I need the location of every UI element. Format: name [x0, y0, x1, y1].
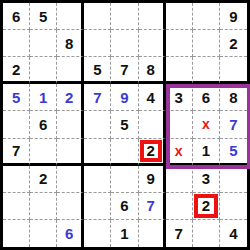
given-digit: 6 — [120, 198, 128, 213]
given-digit: 5 — [39, 9, 47, 24]
cell-r6c4[interactable] — [84, 139, 111, 166]
cell-r4c1[interactable]: 5 — [3, 84, 30, 111]
cell-r1c6[interactable] — [139, 3, 166, 30]
cell-r9c4[interactable] — [84, 220, 111, 247]
given-digit: 7 — [12, 143, 20, 158]
cell-r3c1[interactable]: 2 — [3, 57, 30, 84]
given-digit: 1 — [120, 226, 128, 241]
cell-r3c6[interactable]: 8 — [139, 57, 166, 84]
given-digit: 4 — [146, 90, 154, 105]
cell-r8c6[interactable]: 7 — [139, 193, 166, 220]
given-digit: 7 — [175, 226, 183, 241]
cell-r4c5[interactable]: 9 — [111, 84, 138, 111]
red-highlight-box: 2 — [194, 194, 218, 218]
cell-r4c8[interactable]: 6 — [193, 84, 220, 111]
cell-r6c5[interactable] — [111, 139, 138, 166]
cell-r8c3[interactable] — [57, 193, 84, 220]
cell-r8c7[interactable] — [166, 193, 193, 220]
given-digit: 4 — [229, 226, 237, 241]
given-digit: 5 — [120, 117, 128, 132]
cell-r6c9[interactable]: 5 — [220, 139, 247, 166]
cell-r1c3[interactable] — [57, 3, 84, 30]
solved-digit: 7 — [229, 117, 237, 132]
given-digit: 3 — [202, 171, 210, 186]
cell-r9c5[interactable]: 1 — [111, 220, 138, 247]
given-digit: 6 — [12, 9, 20, 24]
cell-r9c9[interactable]: 4 — [220, 220, 247, 247]
cell-r2c5[interactable] — [111, 30, 138, 57]
cell-r3c4[interactable]: 5 — [84, 57, 111, 84]
red-highlight-box: 2 — [140, 140, 162, 162]
cell-r4c7[interactable]: 3 — [166, 84, 193, 111]
solved-digit: 2 — [65, 90, 73, 105]
cell-r1c2[interactable]: 5 — [30, 3, 57, 30]
solved-digit: 9 — [120, 90, 128, 105]
cell-r5c1[interactable] — [3, 111, 30, 138]
cell-r7c2[interactable]: 2 — [30, 166, 57, 193]
cell-r3c5[interactable]: 7 — [111, 57, 138, 84]
given-digit: 2 — [229, 36, 237, 51]
cell-r1c1[interactable]: 6 — [3, 3, 30, 30]
given-digit: 9 — [229, 9, 237, 24]
cell-r5c7[interactable] — [166, 111, 193, 138]
cell-r6c3[interactable] — [57, 139, 84, 166]
given-digit: 7 — [120, 62, 128, 77]
given-digit: 8 — [229, 90, 237, 105]
cell-r7c1[interactable] — [3, 166, 30, 193]
cell-r9c6[interactable] — [139, 220, 166, 247]
cell-r8c5[interactable]: 6 — [111, 193, 138, 220]
cell-r5c3[interactable] — [57, 111, 84, 138]
cell-r7c9[interactable] — [220, 166, 247, 193]
given-digit: 6 — [202, 90, 210, 105]
cell-r8c4[interactable] — [84, 193, 111, 220]
cell-r3c9[interactable] — [220, 57, 247, 84]
cell-r4c4[interactable]: 7 — [84, 84, 111, 111]
cell-r2c1[interactable] — [3, 30, 30, 57]
cell-r4c9[interactable]: 8 — [220, 84, 247, 111]
cell-r2c2[interactable] — [30, 30, 57, 57]
given-digit: 9 — [146, 171, 154, 186]
given-digit: 1 — [202, 143, 210, 158]
cell-r3c2[interactable] — [30, 57, 57, 84]
cell-r9c8[interactable] — [193, 220, 220, 247]
cell-r1c5[interactable] — [111, 3, 138, 30]
cell-r2c8[interactable] — [193, 30, 220, 57]
given-digit: 2 — [39, 171, 47, 186]
cell-r5c2[interactable]: 6 — [30, 111, 57, 138]
solved-digit: 7 — [146, 198, 154, 213]
cell-r1c7[interactable] — [166, 3, 193, 30]
cell-r3c3[interactable] — [57, 57, 84, 84]
cell-r9c3[interactable]: 6 — [57, 220, 84, 247]
cell-r8c8[interactable]: 2 — [193, 193, 220, 220]
given-digit: 3 — [175, 90, 183, 105]
given-digit: 2 — [12, 62, 20, 77]
cell-r8c2[interactable] — [30, 193, 57, 220]
given-digit: 8 — [146, 62, 154, 77]
given-digit: 2 — [202, 198, 210, 213]
cell-r1c4[interactable] — [84, 3, 111, 30]
cell-r8c1[interactable] — [3, 193, 30, 220]
cell-r9c7[interactable]: 7 — [166, 220, 193, 247]
elimination-x-mark: x — [202, 117, 210, 131]
cell-r4c3[interactable]: 2 — [57, 84, 84, 111]
cell-r5c5[interactable]: 5 — [111, 111, 138, 138]
cell-r2c3[interactable]: 8 — [57, 30, 84, 57]
cell-r7c3[interactable] — [57, 166, 84, 193]
cell-r4c2[interactable]: 1 — [30, 84, 57, 111]
cell-r6c8[interactable]: 1 — [193, 139, 220, 166]
cell-r3c7[interactable] — [166, 57, 193, 84]
cell-r6c7[interactable]: x — [166, 139, 193, 166]
cell-r5c4[interactable] — [84, 111, 111, 138]
cell-r7c6[interactable]: 9 — [139, 166, 166, 193]
cell-r7c4[interactable] — [84, 166, 111, 193]
cell-r9c1[interactable] — [3, 220, 30, 247]
cell-r8c9[interactable] — [220, 193, 247, 220]
cell-r1c9[interactable]: 9 — [220, 3, 247, 30]
cell-r1c8[interactable] — [193, 3, 220, 30]
cell-r7c5[interactable] — [111, 166, 138, 193]
given-digit: 2 — [146, 143, 154, 158]
sudoku-grid: 65982257851279436865x772x152936726174 — [3, 3, 247, 247]
cell-r4c6[interactable]: 4 — [139, 84, 166, 111]
cell-r7c7[interactable] — [166, 166, 193, 193]
solved-digit: 5 — [12, 90, 20, 105]
solved-digit: 6 — [65, 226, 73, 241]
given-digit: 8 — [65, 36, 73, 51]
sudoku-board: 65982257851279436865x772x152936726174 — [0, 0, 250, 250]
cell-r5c8[interactable]: x — [193, 111, 220, 138]
cell-r6c1[interactable]: 7 — [3, 139, 30, 166]
cell-r2c4[interactable] — [84, 30, 111, 57]
given-digit: 6 — [39, 117, 47, 132]
cell-r2c7[interactable] — [166, 30, 193, 57]
cell-r7c8[interactable]: 3 — [193, 166, 220, 193]
cell-r9c2[interactable] — [30, 220, 57, 247]
cell-r2c6[interactable] — [139, 30, 166, 57]
cell-r6c6[interactable]: 2 — [139, 139, 166, 166]
elimination-x-mark: x — [175, 144, 183, 158]
cell-r2c9[interactable]: 2 — [220, 30, 247, 57]
solved-digit: 7 — [93, 90, 101, 105]
given-digit: 5 — [93, 62, 101, 77]
cell-r3c8[interactable] — [193, 57, 220, 84]
cell-r6c2[interactable] — [30, 139, 57, 166]
cell-r5c9[interactable]: 7 — [220, 111, 247, 138]
cell-r5c6[interactable] — [139, 111, 166, 138]
solved-digit: 1 — [39, 90, 47, 105]
solved-digit: 5 — [229, 143, 237, 158]
